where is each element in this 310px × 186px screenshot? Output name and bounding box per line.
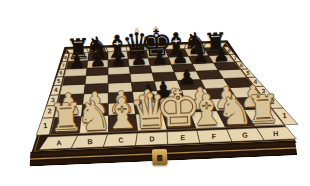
file-label-c: C — [118, 136, 124, 145]
top-label-cell-d — [126, 46, 146, 51]
top-label-cell-e — [146, 45, 166, 50]
top-label-cell-a — [67, 48, 89, 53]
file-label-e: E — [180, 133, 185, 142]
rank-label-left-7: 7 — [62, 62, 65, 68]
top-label-cell-b — [86, 48, 108, 53]
rank-label-left-3: 3 — [51, 96, 55, 103]
photo-background: ABCDEFGH1122334455667788 ♜♞♝♛♚♝♞♜♟♟♟♟♟♟♟… — [0, 0, 310, 186]
rank-label-right-2: 2 — [271, 98, 275, 105]
top-label-cell-g — [184, 44, 206, 49]
file-label-g: G — [242, 130, 248, 139]
brass-clasp — [152, 149, 168, 166]
rank-label-right-5: 5 — [246, 70, 249, 76]
file-label-b: B — [87, 137, 93, 146]
rank-label-left-6: 6 — [59, 70, 62, 76]
rank-label-left-2: 2 — [47, 107, 51, 114]
clasp-slot — [157, 155, 162, 161]
top-label-cell-h — [203, 43, 225, 48]
rank-label-right-6: 6 — [240, 62, 243, 68]
rank-label-right-7: 7 — [234, 55, 237, 61]
chess-set-scene: ABCDEFGH1122334455667788 ♜♞♝♛♚♝♞♜♟♟♟♟♟♟♟… — [0, 0, 310, 186]
board-depth-shading — [47, 44, 284, 134]
rank-label-right-3: 3 — [261, 87, 265, 94]
top-label-cell-c — [106, 47, 127, 52]
file-label-d: D — [149, 134, 155, 143]
top-label-cell-f — [165, 44, 186, 49]
rank-label-left-5: 5 — [57, 78, 60, 84]
file-label-h: H — [273, 129, 279, 138]
file-label-a: A — [56, 138, 62, 147]
